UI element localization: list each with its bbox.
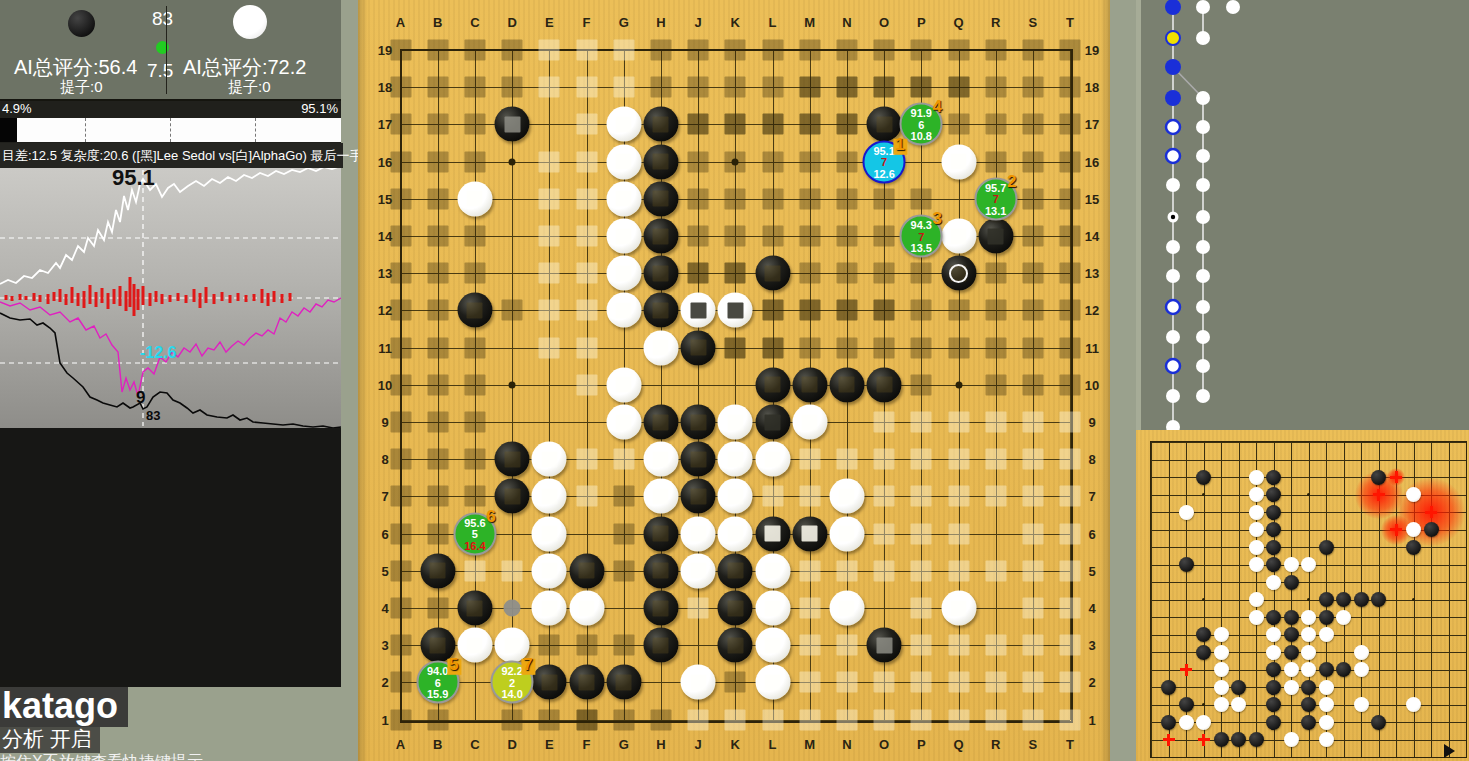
variation-tree	[1141, 0, 1469, 434]
territory-mark	[464, 486, 485, 507]
tree-node-ringwhite[interactable]	[1166, 300, 1180, 314]
mini-stone-white	[1301, 645, 1316, 660]
territory-mark	[762, 709, 783, 730]
territory-mark	[539, 709, 560, 730]
stone-white[interactable]	[532, 516, 567, 551]
territory-mark	[985, 486, 1006, 507]
tree-node-white[interactable]	[1166, 389, 1180, 403]
stone-black[interactable]	[420, 553, 455, 588]
territory-mark	[390, 523, 411, 544]
stone-black[interactable]	[718, 628, 753, 663]
territory-mark	[911, 412, 932, 433]
stone-white[interactable]	[941, 591, 976, 626]
mini-stone-white	[1319, 680, 1334, 695]
territory-mark	[762, 114, 783, 135]
territory-mark	[1022, 300, 1043, 321]
territory-mark	[1060, 77, 1081, 98]
ownership-mark	[616, 674, 632, 690]
graph-peak-label: 95.1	[112, 165, 155, 191]
coord-right-1: 1	[1088, 712, 1095, 727]
mini-stone-white	[1266, 575, 1281, 590]
ownership-mark	[727, 526, 743, 542]
territory-mark	[836, 188, 857, 209]
territory-mark	[390, 449, 411, 470]
ownership-mark	[951, 228, 967, 244]
stone-black[interactable]	[495, 479, 530, 514]
stone-white[interactable]	[606, 107, 641, 142]
territory-mark	[390, 709, 411, 730]
stone-white[interactable]	[606, 405, 641, 440]
territory-mark	[874, 188, 895, 209]
stone-white[interactable]	[606, 144, 641, 179]
ownership-mark-dark	[690, 302, 706, 318]
stone-white[interactable]	[532, 442, 567, 477]
coord-bottom-E: E	[545, 737, 554, 752]
ownership-mark	[616, 191, 632, 207]
go-board[interactable]: AABBCCDDEEFFGGHHJJKKLLMMNNOOPPQQRRSSTT19…	[358, 0, 1110, 761]
tree-node-white[interactable]	[1196, 359, 1210, 373]
winrate-bar	[0, 117, 341, 143]
territory-mark	[688, 114, 709, 135]
mini-stone-white	[1249, 610, 1264, 625]
mini-stone-white	[1354, 662, 1369, 677]
ownership-mark	[579, 600, 595, 616]
territory-mark	[985, 77, 1006, 98]
stone-black[interactable]	[978, 219, 1013, 254]
mini-stone-white	[1249, 557, 1264, 572]
play-button[interactable]	[1444, 744, 1455, 758]
territory-mark	[650, 709, 671, 730]
territory-mark	[576, 188, 597, 209]
tree-node-white[interactable]	[1196, 269, 1210, 283]
stone-black[interactable]	[643, 553, 678, 588]
mini-stone-white	[1249, 522, 1264, 537]
territory-mark	[1022, 598, 1043, 619]
stone-white[interactable]	[606, 293, 641, 328]
territory-mark	[1060, 560, 1081, 581]
stone-white[interactable]	[755, 628, 790, 663]
territory-mark	[427, 412, 448, 433]
bar-half-mark	[170, 118, 171, 142]
territory-mark	[576, 635, 597, 656]
stone-black[interactable]	[867, 628, 902, 663]
stone-black[interactable]	[755, 256, 790, 291]
territory-mark	[874, 560, 895, 581]
tree-node-white[interactable]	[1196, 300, 1210, 314]
territory-mark	[688, 263, 709, 284]
coord-bottom-D: D	[507, 737, 516, 752]
stone-black[interactable]	[643, 628, 678, 663]
tree-node-white[interactable]	[1196, 149, 1210, 163]
stone-white[interactable]	[643, 330, 678, 365]
ownership-mark	[653, 116, 669, 132]
mini-stone-white	[1406, 697, 1421, 712]
territory-mark	[688, 226, 709, 247]
territory-mark	[725, 672, 746, 693]
tree-node-white[interactable]	[1196, 178, 1210, 192]
ownership-mark-gray	[876, 637, 892, 653]
stone-white[interactable]	[681, 516, 716, 551]
key-move-cross	[1202, 734, 1205, 746]
territory-mark	[911, 40, 932, 61]
territory-mark	[911, 374, 932, 395]
territory-mark	[948, 523, 969, 544]
mini-stone-black	[1179, 697, 1194, 712]
territory-mark	[985, 560, 1006, 581]
mini-stone-black	[1231, 732, 1246, 747]
stone-black[interactable]	[941, 256, 976, 291]
stone-black[interactable]	[755, 367, 790, 402]
winrate-labels: 4.9% 95.1%	[0, 101, 341, 117]
ownership-mark	[653, 600, 669, 616]
territory-mark	[911, 523, 932, 544]
territory-mark	[948, 412, 969, 433]
territory-mark	[948, 300, 969, 321]
territory-mark	[911, 337, 932, 358]
ownership-mark	[541, 563, 557, 579]
tree-node-white[interactable]	[1196, 210, 1210, 224]
territory-mark	[799, 709, 820, 730]
stone-white[interactable]	[755, 442, 790, 477]
coord-left-7: 7	[381, 489, 388, 504]
coord-right-4: 4	[1088, 601, 1095, 616]
mini-stone-black	[1301, 680, 1316, 695]
stone-white[interactable]	[606, 367, 641, 402]
territory-mark	[390, 412, 411, 433]
stone-black[interactable]	[681, 479, 716, 514]
stone-black[interactable]	[643, 219, 678, 254]
game-info-line: 目差:12.5 复杂度:20.6 ([黑]Lee Sedol vs[白]Alph…	[0, 143, 343, 168]
coord-left-2: 2	[381, 675, 388, 690]
ownership-mark	[653, 302, 669, 318]
stone-black[interactable]	[643, 516, 678, 551]
key-move-cross	[1185, 664, 1188, 676]
tree-node-white[interactable]	[1196, 0, 1210, 14]
ownership-mark	[653, 340, 669, 356]
ownership-mark	[876, 116, 892, 132]
coord-bottom-C: C	[470, 737, 479, 752]
coord-right-19: 19	[1085, 43, 1099, 58]
stone-black[interactable]	[495, 107, 530, 142]
territory-mark	[799, 635, 820, 656]
stone-black[interactable]	[792, 516, 827, 551]
territory-mark	[1022, 374, 1043, 395]
territory-mark	[464, 374, 485, 395]
stone-black[interactable]	[457, 591, 492, 626]
territory-mark	[948, 114, 969, 135]
stone-black[interactable]	[643, 405, 678, 440]
stone-white[interactable]	[681, 665, 716, 700]
mini-stone-black	[1266, 697, 1281, 712]
stone-black[interactable]	[755, 516, 790, 551]
territory-mark	[799, 263, 820, 284]
territory-mark	[1022, 672, 1043, 693]
tree-node-white[interactable]	[1166, 269, 1180, 283]
territory-mark	[464, 77, 485, 98]
stone-black[interactable]	[643, 107, 678, 142]
stone-white[interactable]	[457, 181, 492, 216]
stone-white[interactable]	[718, 405, 753, 440]
stone-white[interactable]	[532, 479, 567, 514]
tree-node-ringwhite[interactable]	[1166, 120, 1180, 134]
territory-mark	[948, 635, 969, 656]
territory-mark	[948, 709, 969, 730]
territory-mark	[1060, 709, 1081, 730]
mini-stone-white	[1214, 662, 1229, 677]
tree-node-white[interactable]	[1196, 91, 1210, 105]
stone-black[interactable]	[495, 442, 530, 477]
key-move-cross	[1395, 524, 1398, 536]
coord-right-15: 15	[1085, 191, 1099, 206]
mini-stone-black	[1284, 627, 1299, 642]
coord-top-F: F	[583, 15, 591, 30]
territory-mark	[502, 40, 523, 61]
ownership-mark	[839, 600, 855, 616]
stone-black[interactable]	[643, 591, 678, 626]
tree-node-yellow[interactable]	[1166, 31, 1180, 45]
ownership-mark	[653, 637, 669, 653]
tree-node-white[interactable]	[1196, 330, 1210, 344]
key-move-cross	[1430, 506, 1433, 518]
coord-top-P: P	[917, 15, 926, 30]
stone-white[interactable]	[718, 479, 753, 514]
mini-stone-white	[1249, 592, 1264, 607]
territory-mark	[874, 709, 895, 730]
mini-stone-white	[1214, 697, 1229, 712]
mini-stone-black	[1354, 592, 1369, 607]
mini-stone-black	[1266, 610, 1281, 625]
stone-white[interactable]	[829, 516, 864, 551]
territory-mark	[427, 449, 448, 470]
tree-node-white[interactable]	[1226, 0, 1240, 14]
territory-mark	[799, 672, 820, 693]
mini-stone-black	[1371, 592, 1386, 607]
territory-mark	[464, 337, 485, 358]
territory-mark	[836, 449, 857, 470]
coord-top-E: E	[545, 15, 554, 30]
ownership-mark	[467, 600, 483, 616]
stone-black[interactable]	[569, 553, 604, 588]
stone-black[interactable]	[681, 330, 716, 365]
tree-node-blue[interactable]	[1165, 0, 1181, 15]
coord-bottom-M: M	[804, 737, 815, 752]
stone-black[interactable]	[532, 665, 567, 700]
coord-top-G: G	[619, 15, 629, 30]
territory-mark	[390, 635, 411, 656]
stone-white[interactable]	[681, 293, 716, 328]
coord-top-Q: Q	[953, 15, 963, 30]
stone-white[interactable]	[755, 553, 790, 588]
analysis-side-panel: AI总评分:56.4 提子:0 83 7.5 AI总评分:72.2 提子:0 4…	[0, 0, 341, 761]
territory-mark	[1022, 449, 1043, 470]
stone-white[interactable]	[569, 591, 604, 626]
coord-top-J: J	[694, 15, 701, 30]
territory-mark	[874, 412, 895, 433]
territory-mark	[725, 114, 746, 135]
stone-black[interactable]	[643, 293, 678, 328]
mini-stone-black	[1336, 592, 1351, 607]
tree-node-ringwhite[interactable]	[1166, 149, 1180, 163]
coord-right-9: 9	[1088, 415, 1095, 430]
mini-stone-white	[1196, 715, 1211, 730]
territory-mark	[836, 40, 857, 61]
bar-quarter-mark	[85, 118, 86, 142]
tree-node-white[interactable]	[1196, 389, 1210, 403]
stone-black[interactable]	[681, 405, 716, 440]
territory-mark	[464, 412, 485, 433]
stone-white[interactable]	[941, 144, 976, 179]
territory-mark	[539, 263, 560, 284]
stone-white[interactable]	[457, 628, 492, 663]
stone-black[interactable]	[792, 367, 827, 402]
territory-mark	[1022, 560, 1043, 581]
territory-mark	[1022, 263, 1043, 284]
mini-stone-black	[1301, 697, 1316, 712]
winrate-graph[interactable]: 95.1 -12.6 9 83	[0, 168, 341, 428]
stone-black[interactable]	[755, 405, 790, 440]
territory-mark	[539, 188, 560, 209]
stone-black[interactable]	[643, 144, 678, 179]
analysis-toggle[interactable]: 分析 开启	[0, 727, 100, 753]
stone-white[interactable]	[532, 591, 567, 626]
stone-black[interactable]	[643, 181, 678, 216]
territory-mark	[539, 40, 560, 61]
mini-stone-black	[1266, 487, 1281, 502]
territory-mark	[911, 263, 932, 284]
territory-mark	[613, 77, 634, 98]
stone-white[interactable]	[643, 479, 678, 514]
territory-mark	[948, 672, 969, 693]
territory-mark	[688, 77, 709, 98]
ownership-mark	[616, 302, 632, 318]
star-point	[732, 158, 739, 165]
mini-stone-white	[1266, 627, 1281, 642]
coord-left-6: 6	[381, 526, 388, 541]
stone-black[interactable]	[606, 665, 641, 700]
territory-mark	[985, 412, 1006, 433]
variation-tree-panel[interactable]	[1136, 0, 1469, 430]
stone-black[interactable]	[457, 293, 492, 328]
mini-stone-white	[1266, 645, 1281, 660]
mini-stone-white	[1406, 487, 1421, 502]
stone-white[interactable]	[718, 293, 753, 328]
coord-left-1: 1	[381, 712, 388, 727]
territory-mark	[1022, 114, 1043, 135]
territory-mark	[1060, 114, 1081, 135]
stone-white[interactable]	[606, 181, 641, 216]
territory-mark	[688, 709, 709, 730]
territory-mark	[725, 709, 746, 730]
winrate-bar-white	[0, 118, 341, 142]
territory-mark	[1022, 151, 1043, 172]
territory-mark	[799, 40, 820, 61]
stone-black[interactable]	[867, 367, 902, 402]
mini-stone-white	[1249, 487, 1264, 502]
territory-mark	[390, 486, 411, 507]
tree-node-white[interactable]	[1196, 31, 1210, 45]
tree-node-white[interactable]	[1196, 240, 1210, 254]
tree-node-white[interactable]	[1166, 178, 1180, 192]
territory-mark	[1060, 337, 1081, 358]
territory-mark	[1060, 226, 1081, 247]
stone-black[interactable]	[681, 442, 716, 477]
stone-white[interactable]	[755, 591, 790, 626]
ownership-mark	[467, 637, 483, 653]
coord-right-17: 17	[1085, 117, 1099, 132]
stone-black[interactable]	[718, 553, 753, 588]
stone-white[interactable]	[681, 553, 716, 588]
stone-white[interactable]	[606, 219, 641, 254]
stone-black[interactable]	[829, 367, 864, 402]
territory-mark	[985, 337, 1006, 358]
coord-left-8: 8	[381, 452, 388, 467]
tree-node-white[interactable]	[1166, 240, 1180, 254]
stone-white[interactable]	[829, 479, 864, 514]
tree-node-blue[interactable]	[1165, 59, 1181, 75]
coord-top-A: A	[396, 15, 405, 30]
mini-stone-black	[1301, 715, 1316, 730]
tree-node-white[interactable]	[1166, 330, 1180, 344]
coord-right-16: 16	[1085, 154, 1099, 169]
stone-white[interactable]	[755, 665, 790, 700]
territory-mark	[539, 337, 560, 358]
stone-white[interactable]	[792, 405, 827, 440]
tree-node-white[interactable]	[1196, 120, 1210, 134]
mini-stone-white	[1301, 627, 1316, 642]
stone-white[interactable]	[532, 553, 567, 588]
territory-mark	[1060, 412, 1081, 433]
coord-top-M: M	[804, 15, 815, 30]
territory-mark	[799, 77, 820, 98]
territory-mark	[948, 77, 969, 98]
ownership-mark	[690, 488, 706, 504]
last-move-marker	[949, 264, 968, 283]
stone-white[interactable]	[643, 442, 678, 477]
territory-mark	[390, 151, 411, 172]
stone-white[interactable]	[606, 256, 641, 291]
ownership-mark	[876, 377, 892, 393]
territory-mark	[576, 263, 597, 284]
stone-white[interactable]	[829, 591, 864, 626]
ownership-mark	[616, 414, 632, 430]
stone-black[interactable]	[643, 256, 678, 291]
tree-node-ringwhite[interactable]	[1166, 359, 1180, 373]
suggestion-rank: 5	[449, 655, 458, 675]
stone-black[interactable]	[718, 591, 753, 626]
stone-white[interactable]	[718, 516, 753, 551]
winrate-bar-black	[0, 118, 17, 142]
mini-stone-white	[1284, 662, 1299, 677]
tree-node-blue[interactable]	[1165, 90, 1181, 106]
ownership-mark-light	[802, 526, 818, 542]
mini-stone-white	[1336, 610, 1351, 625]
stone-white[interactable]	[941, 219, 976, 254]
mini-stone-white	[1301, 662, 1316, 677]
territory-mark	[985, 709, 1006, 730]
mini-star	[1307, 493, 1310, 496]
territory-mark	[390, 77, 411, 98]
coord-top-H: H	[656, 15, 665, 30]
territory-mark	[576, 40, 597, 61]
territory-mark	[1060, 188, 1081, 209]
ownership-mark	[541, 451, 557, 467]
stone-white[interactable]	[718, 442, 753, 477]
territory-mark	[799, 449, 820, 470]
ownership-mark	[541, 600, 557, 616]
ownership-mark	[839, 377, 855, 393]
stone-black[interactable]	[569, 665, 604, 700]
coord-bottom-S: S	[1029, 737, 1038, 752]
